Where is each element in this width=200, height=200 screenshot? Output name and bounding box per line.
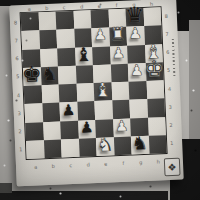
rank-label-3: 3	[15, 104, 23, 123]
file-label-b: b	[38, 6, 56, 12]
square-c8[interactable]	[56, 11, 74, 30]
brand-print	[171, 39, 175, 77]
file-label-d: d	[73, 4, 91, 10]
piece-white-pawn-g7[interactable]: ♟	[128, 26, 142, 42]
square-b5[interactable]: ♞	[40, 66, 58, 85]
rank-label-4: 4	[166, 80, 174, 99]
file-label-d: d	[79, 162, 97, 168]
piece-white-rook-f7[interactable]: ♜	[109, 25, 126, 44]
file-label-c: c	[55, 5, 73, 11]
square-e7[interactable]: ♟	[91, 28, 109, 47]
square-h2[interactable]	[148, 117, 166, 136]
background-right	[189, 20, 200, 140]
piece-black-knight-b5[interactable]: ♞	[41, 65, 58, 84]
square-d5[interactable]	[75, 65, 93, 84]
rank-label-1: 1	[168, 135, 176, 154]
square-h4[interactable]	[146, 80, 164, 99]
piece-white-knight-e1[interactable]: ♞	[97, 136, 114, 155]
rank-label-6: 6	[164, 43, 172, 62]
rank-label-5: 5	[165, 62, 173, 81]
square-c6[interactable]	[57, 47, 75, 66]
square-g1[interactable]: ♞	[131, 136, 149, 155]
piece-white-pawn-f6[interactable]: ♟	[112, 45, 126, 61]
square-e4[interactable]: ♝	[94, 83, 112, 102]
rank-label-2: 2	[167, 116, 175, 135]
rank-label-5: 5	[14, 68, 22, 87]
file-label-e: e	[97, 161, 115, 167]
file-label-b: b	[44, 164, 62, 170]
square-e3[interactable]	[94, 101, 112, 120]
square-a3[interactable]	[24, 104, 42, 123]
square-d8[interactable]	[73, 10, 91, 29]
square-h8[interactable]	[143, 7, 161, 26]
square-c1[interactable]	[61, 139, 79, 158]
rank-label-4: 4	[15, 86, 23, 105]
square-d1[interactable]	[78, 138, 96, 157]
brand-logo-icon: ❖	[164, 158, 181, 177]
rank-label-2: 2	[16, 123, 24, 142]
square-b2[interactable]	[43, 121, 61, 140]
square-h3[interactable]	[147, 99, 165, 118]
square-a7[interactable]	[21, 31, 39, 50]
file-label-c: c	[62, 163, 80, 169]
piece-white-king-h5[interactable]: ♚	[144, 58, 165, 81]
square-c7[interactable]	[56, 29, 74, 48]
piece-black-knight-g1[interactable]: ♞	[131, 134, 148, 153]
rank-label-8: 8	[162, 7, 170, 26]
square-e1[interactable]: ♞	[96, 137, 114, 156]
square-d4[interactable]	[76, 83, 94, 102]
square-b4[interactable]	[41, 85, 59, 104]
square-f6[interactable]: ♟	[110, 45, 128, 64]
file-label-h: h	[143, 1, 161, 7]
file-label-g: g	[132, 160, 150, 166]
rank-label-3: 3	[166, 98, 174, 117]
square-a2[interactable]	[25, 122, 43, 141]
piece-white-pawn-f2[interactable]: ♟	[115, 119, 129, 135]
square-e6[interactable]	[92, 46, 110, 65]
square-f4[interactable]	[111, 82, 129, 101]
piece-black-queen-g8[interactable]: ♛	[125, 4, 145, 26]
square-g4[interactable]	[129, 81, 147, 100]
rank-label-7: 7	[12, 31, 20, 50]
piece-white-pawn-g5[interactable]: ♟	[130, 63, 144, 79]
piece-black-pawn-c3[interactable]: ♟	[61, 103, 75, 119]
square-b7[interactable]	[39, 30, 57, 49]
square-g3[interactable]	[129, 99, 147, 118]
rank-label-1: 1	[17, 141, 25, 160]
file-label-e: e	[90, 3, 108, 9]
vinyl-chess-mat: abcdefgh abcdefgh 87654321 87654321 ♛♟♜♟…	[9, 0, 183, 186]
square-f2[interactable]: ♟	[113, 118, 131, 137]
piece-black-king-a5[interactable]: ♚	[22, 63, 43, 86]
background-dark-bottom	[0, 191, 168, 200]
piece-black-bishop-d6[interactable]: ♝	[75, 44, 93, 64]
square-h5[interactable]: ♚	[145, 62, 163, 81]
square-d6[interactable]: ♝	[75, 47, 93, 66]
piece-white-pawn-e7[interactable]: ♟	[93, 28, 107, 44]
square-a8[interactable]	[21, 12, 39, 31]
square-f1[interactable]	[113, 137, 131, 156]
square-c5[interactable]	[58, 66, 76, 85]
file-labels-bottom: abcdefgh	[27, 159, 167, 170]
square-h1[interactable]	[148, 135, 166, 154]
background-bottom-left	[0, 183, 12, 193]
square-a4[interactable]	[24, 85, 42, 104]
square-b3[interactable]	[42, 103, 60, 122]
file-label-f: f	[108, 3, 126, 9]
square-b8[interactable]	[38, 12, 56, 31]
file-label-f: f	[114, 161, 132, 167]
square-d2[interactable]: ♟	[78, 120, 96, 139]
piece-white-bishop-e4[interactable]: ♝	[94, 80, 112, 100]
square-g7[interactable]: ♟	[126, 26, 144, 45]
file-label-a: a	[20, 6, 38, 12]
square-c2[interactable]	[60, 121, 78, 140]
rank-label-6: 6	[13, 50, 21, 69]
chess-board[interactable]: ♛♟♜♟♝♟♝♚♞♟♚♝♟♟♟♞♞	[21, 7, 167, 159]
rank-label-7: 7	[163, 25, 171, 44]
rank-label-8: 8	[12, 13, 20, 32]
photo-scene: abcdefgh abcdefgh 87654321 87654321 ♛♟♜♟…	[0, 0, 200, 200]
square-a1[interactable]	[26, 140, 44, 159]
square-a5[interactable]: ♚	[23, 67, 41, 86]
piece-black-pawn-d2[interactable]: ♟	[80, 120, 94, 136]
square-b1[interactable]	[43, 140, 61, 159]
file-label-a: a	[27, 164, 45, 170]
square-f5[interactable]	[110, 64, 128, 83]
square-c3[interactable]: ♟	[59, 102, 77, 121]
film-grain-dark	[0, 0, 1, 1]
